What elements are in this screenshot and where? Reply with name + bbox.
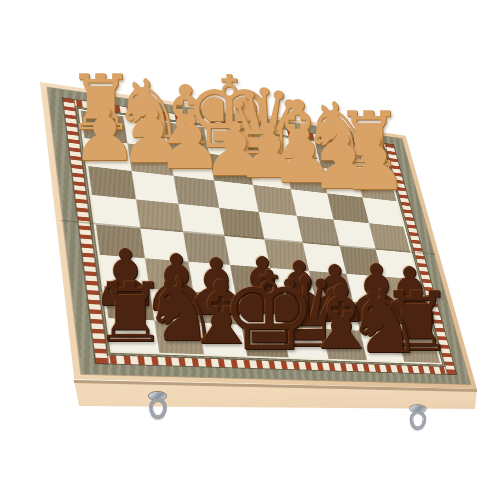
square-g7 [150,289,199,323]
square-f6 [188,262,235,295]
square-e5 [225,236,271,268]
square-e6 [230,265,276,297]
square-h8 [108,318,159,353]
clasp-right-icon [409,405,426,430]
square-f5 [183,232,230,265]
square-e8 [241,325,288,358]
square-f8 [199,323,247,356]
square-h5 [96,224,145,258]
square-f7 [193,292,241,325]
chess-board [40,82,477,389]
square-h6 [100,255,150,289]
clasp-ring [409,410,426,430]
clasp-left-icon [149,392,167,419]
product-photo-stage: ♜♞♝♚♛♝♞♜♟♟♟♟♟♟♟♟♟♟♟♟♟♟♟♟♜♞♝♚♛♝♞♜ [0,0,500,500]
square-g6 [145,258,193,291]
square-g5 [140,228,188,261]
square-g8 [154,320,204,354]
clasp-ring [149,398,167,419]
square-h7 [104,286,154,320]
square-e7 [236,294,283,326]
